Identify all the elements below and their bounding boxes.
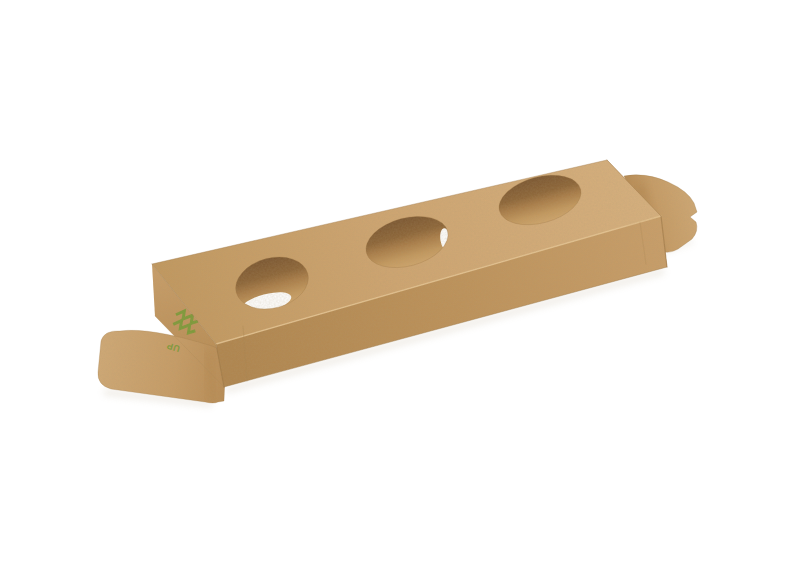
product-photo-stage: UP [0, 0, 800, 562]
carrier-tray-illustration: UP [0, 0, 800, 562]
